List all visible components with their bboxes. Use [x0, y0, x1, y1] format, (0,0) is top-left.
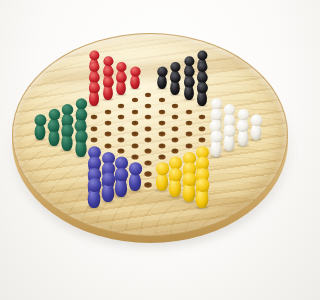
peg-yellow[interactable] [168, 167, 183, 196]
peg-head [170, 61, 180, 71]
peg-head [89, 72, 100, 83]
peg-red[interactable] [102, 77, 114, 100]
peg-white[interactable] [222, 125, 235, 152]
peg-head [183, 56, 193, 66]
board-hole[interactable] [185, 109, 191, 114]
board-hole[interactable] [131, 132, 138, 137]
board-hole[interactable] [145, 115, 152, 120]
peg-head [197, 51, 207, 61]
peg-head [116, 72, 127, 83]
peg-black[interactable] [156, 67, 167, 90]
board-hole[interactable] [145, 104, 151, 109]
peg-body [184, 85, 194, 100]
peg-blue[interactable] [87, 178, 102, 208]
peg-yellow[interactable] [154, 162, 168, 191]
peg-head [34, 114, 46, 126]
board-hole[interactable] [104, 109, 110, 114]
board-hole[interactable] [91, 115, 98, 120]
peg-head [170, 72, 181, 83]
peg-head [89, 82, 100, 93]
board-hole[interactable] [104, 143, 111, 148]
peg-head [197, 61, 207, 71]
peg-head [156, 67, 166, 77]
peg-head [223, 125, 235, 137]
board-hole[interactable] [131, 109, 137, 114]
peg-yellow[interactable] [195, 178, 210, 208]
board-hole[interactable] [172, 104, 178, 109]
peg-red[interactable] [129, 67, 140, 90]
peg-blue[interactable] [100, 173, 115, 203]
chinese-checkers-scene [0, 0, 300, 300]
peg-black[interactable] [169, 72, 180, 95]
peg-black[interactable] [196, 82, 208, 106]
board-hole[interactable] [185, 132, 192, 137]
board-hole[interactable] [131, 121, 138, 126]
board-hole[interactable] [118, 115, 125, 120]
board-hole[interactable] [144, 182, 152, 188]
board-hole[interactable] [199, 138, 206, 143]
board-hole[interactable] [158, 98, 164, 102]
peg-head [197, 82, 208, 93]
board-hole[interactable] [158, 109, 164, 114]
peg-head [168, 167, 181, 180]
board-hole[interactable] [172, 115, 179, 120]
peg-head [197, 72, 208, 83]
board-hole[interactable] [172, 126, 179, 131]
peg-head [102, 67, 112, 77]
board-hole[interactable] [172, 138, 179, 143]
peg-white[interactable] [250, 114, 263, 140]
peg-green[interactable] [34, 114, 47, 140]
peg-white[interactable] [236, 120, 249, 146]
board-hole[interactable] [158, 132, 165, 137]
peg-head [183, 67, 193, 77]
board-hole[interactable] [118, 138, 125, 143]
board-hole[interactable] [185, 143, 192, 148]
board-hole[interactable] [91, 138, 98, 143]
board-hole[interactable] [131, 98, 137, 102]
peg-head [102, 56, 112, 66]
peg-red[interactable] [115, 72, 126, 95]
board-hole[interactable] [199, 126, 206, 131]
peg-head [61, 125, 73, 137]
peg-head [116, 61, 126, 71]
peg-black[interactable] [183, 77, 195, 100]
peg-head [114, 167, 127, 180]
peg-head [195, 178, 209, 192]
peg-blue[interactable] [127, 162, 141, 191]
board-hole[interactable] [158, 154, 165, 159]
board-hole[interactable] [91, 126, 98, 131]
board-hole[interactable] [117, 149, 124, 154]
peg-blue[interactable] [114, 167, 129, 196]
peg-head [209, 130, 221, 142]
peg-green[interactable] [74, 130, 87, 157]
board-hole[interactable] [131, 143, 138, 148]
peg-red[interactable] [88, 82, 100, 106]
board-hole[interactable] [144, 149, 151, 154]
board-hole[interactable] [185, 121, 192, 126]
board-hole[interactable] [145, 138, 152, 143]
peg-green[interactable] [60, 125, 73, 152]
peg-body [103, 85, 113, 100]
board-hole[interactable] [104, 132, 111, 137]
peg-head [128, 162, 141, 175]
board-hole[interactable] [158, 121, 165, 126]
board-hole[interactable] [144, 171, 151, 176]
board-grid [0, 0, 300, 300]
peg-head [182, 173, 196, 187]
peg-head [74, 130, 86, 142]
peg-head [89, 51, 99, 61]
peg-head [101, 173, 115, 187]
peg-head [250, 114, 262, 126]
peg-head [89, 61, 99, 71]
board-hole[interactable] [145, 93, 151, 97]
board-hole[interactable] [144, 160, 151, 165]
board-hole[interactable] [145, 126, 152, 131]
board-hole[interactable] [131, 154, 138, 159]
peg-green[interactable] [47, 120, 60, 146]
board-hole[interactable] [199, 115, 206, 120]
peg-head [237, 120, 249, 132]
peg-head [48, 120, 60, 132]
peg-head [87, 178, 101, 192]
peg-head [155, 162, 168, 175]
board-hole[interactable] [118, 104, 124, 109]
board-hole[interactable] [171, 149, 178, 154]
peg-white[interactable] [209, 130, 222, 157]
board-hole[interactable] [104, 121, 111, 126]
peg-head [129, 67, 139, 77]
board-hole[interactable] [118, 126, 125, 131]
board-hole[interactable] [158, 143, 165, 148]
